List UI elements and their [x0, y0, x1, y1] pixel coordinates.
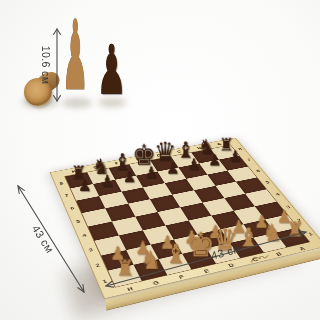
piece-white-rook-h1: ♜ [112, 240, 139, 279]
piece-black-pawn-b7: ♟ [203, 135, 225, 168]
side-dimension-label: 43 см [25, 215, 62, 264]
piece-black-pawn-c7: ♟ [183, 139, 205, 172]
piece-black-pawn-f7: ♟ [118, 151, 141, 185]
loose-black-pawn: ♟ [92, 48, 132, 104]
piece-white-rook-a1: ♜ [283, 203, 309, 240]
piece-black-pawn-d7: ♟ [161, 143, 184, 176]
pawn-glyph: ♟ [97, 35, 127, 104]
piece-black-pawn-e7: ♟ [140, 147, 163, 181]
piece-white-knight-b1: ♞ [259, 208, 285, 245]
king-glyph: ♟ [62, 7, 89, 104]
piece-black-pawn-h7: ♟ [73, 160, 97, 194]
piece-white-knight-g1: ♞ [137, 234, 164, 273]
height-dimension-label: 10.6 см [40, 37, 52, 93]
piece-black-pawn-a7: ♟ [224, 132, 246, 164]
piece-white-bishop-f1: ♝ [163, 229, 190, 268]
product-photo-frame: 10.6 см 43 см 43 см ♟ ♟ HGFEDCBA HGFEDCB… [0, 0, 320, 320]
piece-black-pawn-g7: ♟ [95, 155, 118, 189]
